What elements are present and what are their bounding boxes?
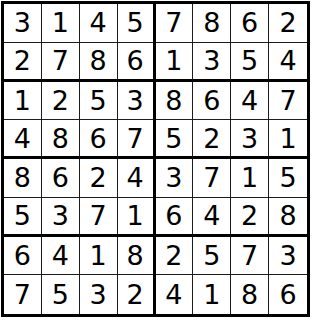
cell-r3c8[interactable]: 7 bbox=[269, 82, 307, 121]
cell-r6c2[interactable]: 3 bbox=[42, 198, 80, 237]
cell-r2c4[interactable]: 6 bbox=[118, 43, 156, 82]
cell-r5c3[interactable]: 2 bbox=[80, 159, 118, 198]
cell-r1c2[interactable]: 1 bbox=[42, 4, 80, 43]
cell-r1c1[interactable]: 3 bbox=[4, 4, 42, 43]
cell-r4c3[interactable]: 6 bbox=[80, 120, 118, 159]
cell-r3c7[interactable]: 4 bbox=[231, 82, 269, 121]
cell-r1c5[interactable]: 7 bbox=[156, 4, 194, 43]
cell-r5c7[interactable]: 1 bbox=[231, 159, 269, 198]
cell-r5c1[interactable]: 8 bbox=[4, 159, 42, 198]
cell-r1c8[interactable]: 2 bbox=[269, 4, 307, 43]
cell-r6c5[interactable]: 6 bbox=[156, 198, 194, 237]
cell-r6c1[interactable]: 5 bbox=[4, 198, 42, 237]
cell-r4c2[interactable]: 8 bbox=[42, 120, 80, 159]
cell-r1c6[interactable]: 8 bbox=[193, 4, 231, 43]
cell-r7c6[interactable]: 5 bbox=[193, 237, 231, 276]
cell-r8c6[interactable]: 1 bbox=[193, 275, 231, 314]
cell-r6c6[interactable]: 4 bbox=[193, 198, 231, 237]
cell-r8c8[interactable]: 6 bbox=[269, 275, 307, 314]
cell-r2c1[interactable]: 2 bbox=[4, 43, 42, 82]
cell-r1c4[interactable]: 5 bbox=[118, 4, 156, 43]
cell-r3c3[interactable]: 5 bbox=[80, 82, 118, 121]
cell-r8c4[interactable]: 2 bbox=[118, 275, 156, 314]
sudoku-board: 3145786227861354125386474867523186243715… bbox=[1, 1, 310, 317]
cell-r3c1[interactable]: 1 bbox=[4, 82, 42, 121]
cell-r7c5[interactable]: 2 bbox=[156, 237, 194, 276]
cell-r4c4[interactable]: 7 bbox=[118, 120, 156, 159]
cell-r7c2[interactable]: 4 bbox=[42, 237, 80, 276]
cell-r5c5[interactable]: 3 bbox=[156, 159, 194, 198]
cell-r8c5[interactable]: 4 bbox=[156, 275, 194, 314]
cell-r2c6[interactable]: 3 bbox=[193, 43, 231, 82]
cell-r5c6[interactable]: 7 bbox=[193, 159, 231, 198]
cell-r2c3[interactable]: 8 bbox=[80, 43, 118, 82]
cell-r8c1[interactable]: 7 bbox=[4, 275, 42, 314]
cell-r5c4[interactable]: 4 bbox=[118, 159, 156, 198]
cell-r8c3[interactable]: 3 bbox=[80, 275, 118, 314]
cell-r6c4[interactable]: 1 bbox=[118, 198, 156, 237]
cell-r3c2[interactable]: 2 bbox=[42, 82, 80, 121]
cell-r4c7[interactable]: 3 bbox=[231, 120, 269, 159]
cell-r1c7[interactable]: 6 bbox=[231, 4, 269, 43]
cell-r3c6[interactable]: 6 bbox=[193, 82, 231, 121]
cell-r6c7[interactable]: 2 bbox=[231, 198, 269, 237]
cell-r7c4[interactable]: 8 bbox=[118, 237, 156, 276]
cell-r8c2[interactable]: 5 bbox=[42, 275, 80, 314]
cell-r4c5[interactable]: 5 bbox=[156, 120, 194, 159]
cell-r7c7[interactable]: 7 bbox=[231, 237, 269, 276]
cell-r5c8[interactable]: 5 bbox=[269, 159, 307, 198]
cell-r7c1[interactable]: 6 bbox=[4, 237, 42, 276]
cell-r7c3[interactable]: 1 bbox=[80, 237, 118, 276]
cell-r3c5[interactable]: 8 bbox=[156, 82, 194, 121]
cell-r7c8[interactable]: 3 bbox=[269, 237, 307, 276]
cell-r2c7[interactable]: 5 bbox=[231, 43, 269, 82]
cell-r5c2[interactable]: 6 bbox=[42, 159, 80, 198]
cell-r8c7[interactable]: 8 bbox=[231, 275, 269, 314]
cell-r2c2[interactable]: 7 bbox=[42, 43, 80, 82]
cell-r4c6[interactable]: 2 bbox=[193, 120, 231, 159]
cell-r4c8[interactable]: 1 bbox=[269, 120, 307, 159]
cell-r2c5[interactable]: 1 bbox=[156, 43, 194, 82]
cell-r6c8[interactable]: 8 bbox=[269, 198, 307, 237]
cell-r4c1[interactable]: 4 bbox=[4, 120, 42, 159]
cell-r1c3[interactable]: 4 bbox=[80, 4, 118, 43]
cell-r6c3[interactable]: 7 bbox=[80, 198, 118, 237]
cell-r3c4[interactable]: 3 bbox=[118, 82, 156, 121]
cell-r2c8[interactable]: 4 bbox=[269, 43, 307, 82]
